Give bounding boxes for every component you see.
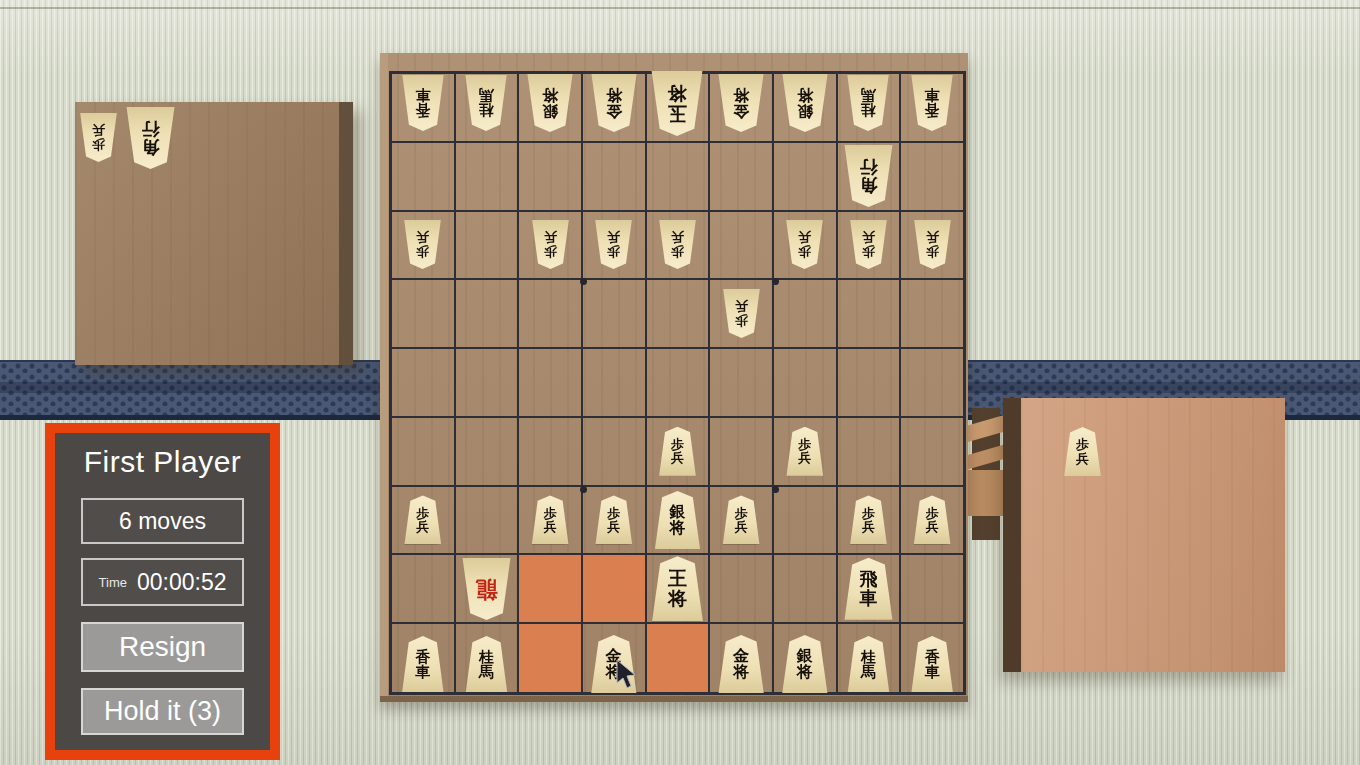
piece-pawn-sente[interactable]: 歩兵	[403, 495, 442, 544]
piece-pawn-gote[interactable]: 歩兵	[785, 220, 824, 269]
gote-captured-stand: 歩兵角行	[75, 102, 353, 365]
piece-bishop-gote[interactable]: 角行	[125, 107, 176, 169]
board-cell[interactable]: 王将	[646, 554, 710, 623]
board-cell[interactable]	[709, 554, 773, 623]
board-cell[interactable]: 歩兵	[582, 486, 646, 555]
board-cell[interactable]: 香車	[391, 623, 455, 693]
board-cell[interactable]: 桂馬	[455, 73, 519, 142]
board-cell[interactable]	[455, 142, 519, 211]
board-cell[interactable]: 香車	[900, 623, 964, 693]
piece-pawn-sente[interactable]: 歩兵	[785, 427, 824, 476]
board-cell[interactable]	[709, 417, 773, 486]
board-cell[interactable]: 金将	[582, 73, 646, 142]
board-cell[interactable]: 歩兵	[709, 486, 773, 555]
time-label: Time	[99, 575, 127, 590]
piece-pawn-gote[interactable]: 歩兵	[531, 220, 570, 269]
board-cell[interactable]: 歩兵	[518, 211, 582, 280]
shogi-board: 香車桂馬銀将金将玉将金将銀将桂馬香車角行歩兵歩兵歩兵歩兵歩兵歩兵歩兵歩兵歩兵歩兵…	[380, 53, 968, 702]
piece-king-sente[interactable]: 王将	[650, 556, 704, 621]
board-cell[interactable]	[582, 279, 646, 348]
piece-pawn-gote[interactable]: 歩兵	[722, 289, 761, 338]
board-cell[interactable]	[455, 348, 519, 417]
board-cell[interactable]: 銀将	[646, 486, 710, 555]
piece-knight-sente[interactable]: 桂馬	[846, 636, 890, 692]
piece-silver-sente[interactable]: 銀将	[781, 635, 829, 693]
piece-knight-gote[interactable]: 桂馬	[464, 75, 508, 131]
board-cell[interactable]	[837, 417, 901, 486]
board-cell[interactable]: 角行	[837, 142, 901, 211]
piece-pawn-gote[interactable]: 歩兵	[79, 113, 118, 162]
board-cell[interactable]	[837, 348, 901, 417]
board-cell[interactable]	[900, 279, 964, 348]
board-cell[interactable]: 桂馬	[837, 623, 901, 693]
board-cell[interactable]	[391, 348, 455, 417]
board-cell[interactable]: 歩兵	[646, 417, 710, 486]
board-cell[interactable]	[709, 211, 773, 280]
board-cell[interactable]: 香車	[900, 73, 964, 142]
star-point	[772, 278, 779, 285]
piece-pawn-sente[interactable]: 歩兵	[849, 495, 888, 544]
piece-silver-gote[interactable]: 銀将	[781, 74, 829, 132]
shogi-scene: 歩兵角行 歩兵 香車桂馬銀将金将玉将金将銀将桂馬香車角行歩兵歩兵歩兵歩兵歩兵歩兵…	[0, 0, 1360, 765]
board-cell[interactable]: 香車	[391, 73, 455, 142]
board-cell[interactable]	[582, 142, 646, 211]
resign-button[interactable]: Resign	[81, 622, 244, 672]
piece-gold-gote[interactable]: 金将	[590, 74, 638, 132]
board-cell[interactable]	[582, 348, 646, 417]
board-cell[interactable]: 桂馬	[837, 73, 901, 142]
piece-king-gote[interactable]: 玉将	[650, 71, 704, 136]
piece-knight-gote[interactable]: 桂馬	[846, 75, 890, 131]
board-cell[interactable]: 歩兵	[773, 211, 837, 280]
board-cell[interactable]	[518, 348, 582, 417]
board-cell[interactable]	[455, 279, 519, 348]
piece-pawn-gote[interactable]: 歩兵	[658, 220, 697, 269]
time-value: 00:00:52	[137, 569, 227, 596]
player-panel: First Player 6 moves Time 00:00:52 Resig…	[45, 423, 280, 760]
board-cell[interactable]	[582, 417, 646, 486]
piece-pawn-sente[interactable]: 歩兵	[913, 495, 952, 544]
sente-captured-stand: 歩兵	[1003, 398, 1285, 672]
piece-pawn-gote[interactable]: 歩兵	[403, 220, 442, 269]
board-cell[interactable]: 歩兵	[837, 211, 901, 280]
piece-gold-gote[interactable]: 金将	[717, 74, 765, 132]
mouse-cursor	[614, 660, 640, 690]
board-cell[interactable]	[518, 142, 582, 211]
board-cell[interactable]	[391, 417, 455, 486]
panel-title: First Player	[84, 445, 242, 479]
piece-knight-sente[interactable]: 桂馬	[464, 636, 508, 692]
board-cell[interactable]	[391, 142, 455, 211]
board-cell[interactable]	[646, 348, 710, 417]
moves-label: 6 moves	[119, 508, 206, 535]
board-cell[interactable]	[900, 554, 964, 623]
piece-pawn-gote[interactable]: 歩兵	[913, 220, 952, 269]
piece-pawn-sente[interactable]: 歩兵	[531, 495, 570, 544]
board-cell[interactable]	[582, 554, 646, 623]
board-cell[interactable]	[455, 486, 519, 555]
board-cell[interactable]	[709, 348, 773, 417]
board-cell[interactable]: 玉将	[646, 73, 710, 142]
board-cell[interactable]: 銀将	[773, 73, 837, 142]
board-cell[interactable]	[391, 554, 455, 623]
board-cell[interactable]	[773, 486, 837, 555]
board-cell[interactable]: 金将	[709, 73, 773, 142]
piece-lance-gote[interactable]: 香車	[401, 75, 445, 131]
piece-silver-sente[interactable]: 銀将	[653, 491, 701, 549]
star-point	[772, 486, 779, 493]
board-cell[interactable]: 銀将	[518, 73, 582, 142]
board-cell[interactable]	[773, 348, 837, 417]
piece-promoted-rook-gote[interactable]: 龍	[461, 558, 512, 620]
piece-silver-gote[interactable]: 銀将	[526, 74, 574, 132]
star-point	[580, 278, 587, 285]
board-cell[interactable]: 銀将	[773, 623, 837, 693]
board-cell[interactable]	[455, 417, 519, 486]
piece-rook-sente[interactable]: 飛車	[843, 558, 894, 620]
board-cell[interactable]: 龍	[455, 554, 519, 623]
board-cell[interactable]	[837, 279, 901, 348]
piece-lance-gote[interactable]: 香車	[910, 75, 954, 131]
board-cell[interactable]: 歩兵	[646, 211, 710, 280]
board-cell[interactable]: 歩兵	[582, 211, 646, 280]
board-cell[interactable]: 歩兵	[391, 486, 455, 555]
piece-bishop-gote[interactable]: 角行	[843, 145, 894, 207]
piece-lance-sente[interactable]: 香車	[910, 636, 954, 692]
board-cell[interactable]: 歩兵	[709, 279, 773, 348]
hold-button[interactable]: Hold it (3)	[81, 688, 244, 735]
board-cell[interactable]	[900, 348, 964, 417]
star-point	[580, 486, 587, 493]
board-cell[interactable]	[455, 211, 519, 280]
board-cell[interactable]	[773, 142, 837, 211]
piece-pawn-gote[interactable]: 歩兵	[594, 220, 633, 269]
board-cell[interactable]: 金将	[709, 623, 773, 693]
piece-pawn-sente[interactable]: 歩兵	[722, 495, 761, 544]
moves-counter: 6 moves	[81, 498, 244, 544]
board-cell[interactable]	[900, 142, 964, 211]
piece-pawn-sente[interactable]: 歩兵	[594, 495, 633, 544]
tatami-seam	[0, 7, 1360, 9]
board-cell[interactable]	[646, 279, 710, 348]
board-cell[interactable]: 歩兵	[900, 211, 964, 280]
board-cell[interactable]	[773, 279, 837, 348]
board-cell[interactable]	[709, 142, 773, 211]
piece-lance-sente[interactable]: 香車	[401, 636, 445, 692]
board-cell[interactable]	[773, 554, 837, 623]
board-cell[interactable]: 歩兵	[837, 486, 901, 555]
time-display: Time 00:00:52	[81, 558, 244, 606]
board-cell[interactable]	[391, 279, 455, 348]
board-cell[interactable]: 歩兵	[773, 417, 837, 486]
piece-gold-sente[interactable]: 金将	[717, 635, 765, 693]
piece-pawn-sente[interactable]: 歩兵	[658, 427, 697, 476]
board-cell[interactable]	[518, 417, 582, 486]
board-cell[interactable]: 歩兵	[518, 486, 582, 555]
board-cell[interactable]	[646, 142, 710, 211]
piece-pawn-sente[interactable]: 歩兵	[1063, 427, 1102, 476]
board-grid: 香車桂馬銀将金将玉将金将銀将桂馬香車角行歩兵歩兵歩兵歩兵歩兵歩兵歩兵歩兵歩兵歩兵…	[389, 71, 966, 695]
board-bottom-edge	[380, 696, 968, 702]
board-cell[interactable]	[900, 417, 964, 486]
board-cell[interactable]	[646, 623, 710, 693]
board-cell[interactable]: 飛車	[837, 554, 901, 623]
board-cell[interactable]: 歩兵	[900, 486, 964, 555]
piece-pawn-gote[interactable]: 歩兵	[849, 220, 888, 269]
board-left-edge	[380, 53, 388, 702]
board-cell[interactable]: 歩兵	[391, 211, 455, 280]
board-cell[interactable]	[518, 623, 582, 693]
board-cell[interactable]: 桂馬	[455, 623, 519, 693]
board-cell[interactable]	[518, 554, 582, 623]
board-cell[interactable]	[518, 279, 582, 348]
